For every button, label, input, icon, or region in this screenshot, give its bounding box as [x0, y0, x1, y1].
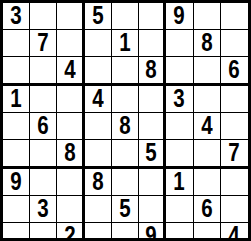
given-digit: 4: [64, 57, 75, 83]
cell-r1c4[interactable]: 5: [85, 3, 112, 30]
cell-r8c6[interactable]: [139, 196, 166, 223]
cell-r9c2[interactable]: [30, 223, 57, 241]
cell-r2c6[interactable]: [139, 30, 166, 57]
cell-r1c8[interactable]: [194, 3, 221, 30]
cell-r7c5[interactable]: [112, 169, 139, 196]
cell-r6c1[interactable]: [3, 140, 30, 169]
cell-r4c8[interactable]: [194, 86, 221, 113]
given-digit: 5: [119, 196, 130, 222]
cell-r7c8[interactable]: [194, 169, 221, 196]
cell-r1c6[interactable]: [139, 3, 166, 30]
cell-r8c5[interactable]: 5: [112, 196, 139, 223]
cell-r9c4[interactable]: [85, 223, 112, 241]
cell-r2c8[interactable]: 8: [194, 30, 221, 57]
given-digit: 8: [119, 113, 130, 139]
cell-r1c7[interactable]: 9: [166, 3, 193, 30]
cell-r2c3[interactable]: [57, 30, 84, 57]
cell-r6c9[interactable]: 7: [221, 140, 248, 169]
cell-r5c8[interactable]: 4: [194, 113, 221, 140]
cell-r5c2[interactable]: 6: [30, 113, 57, 140]
cell-r7c6[interactable]: [139, 169, 166, 196]
given-digit: 1: [10, 86, 21, 112]
cell-r5c4[interactable]: [85, 113, 112, 140]
given-digit: 4: [229, 223, 240, 241]
cell-r7c9[interactable]: [221, 169, 248, 196]
given-digit: 2: [64, 223, 75, 241]
cell-r2c9[interactable]: [221, 30, 248, 57]
given-digit: 3: [10, 3, 21, 29]
cell-r3c9[interactable]: 6: [221, 57, 248, 86]
cell-r8c7[interactable]: [166, 196, 193, 223]
given-digit: 7: [38, 30, 49, 56]
cell-r3c6[interactable]: 8: [139, 57, 166, 86]
cell-r6c8[interactable]: [194, 140, 221, 169]
cell-r5c5[interactable]: 8: [112, 113, 139, 140]
given-digit: 3: [174, 86, 185, 112]
cell-r6c2[interactable]: [30, 140, 57, 169]
cell-r8c3[interactable]: [57, 196, 84, 223]
cell-r4c3[interactable]: [57, 86, 84, 113]
cell-r3c7[interactable]: [166, 57, 193, 86]
cell-r1c5[interactable]: [112, 3, 139, 30]
cell-r4c7[interactable]: 3: [166, 86, 193, 113]
cell-r7c2[interactable]: [30, 169, 57, 196]
given-digit: 6: [201, 196, 212, 222]
cell-r9c9[interactable]: 4: [221, 223, 248, 241]
cell-r6c7[interactable]: [166, 140, 193, 169]
cell-r5c7[interactable]: [166, 113, 193, 140]
given-digit: 6: [229, 57, 240, 83]
cell-r1c3[interactable]: [57, 3, 84, 30]
given-digit: 4: [201, 113, 212, 139]
cell-r2c1[interactable]: [3, 30, 30, 57]
cell-r6c4[interactable]: [85, 140, 112, 169]
cell-r9c5[interactable]: [112, 223, 139, 241]
cell-r5c6[interactable]: [139, 113, 166, 140]
cell-r8c4[interactable]: [85, 196, 112, 223]
cell-r9c1[interactable]: [3, 223, 30, 241]
cell-r7c7[interactable]: 1: [166, 169, 193, 196]
cell-r8c1[interactable]: [3, 196, 30, 223]
cell-r1c2[interactable]: [30, 3, 57, 30]
given-digit: 4: [92, 86, 103, 112]
cell-r4c9[interactable]: [221, 86, 248, 113]
cell-r8c8[interactable]: 6: [194, 196, 221, 223]
cell-r2c2[interactable]: 7: [30, 30, 57, 57]
given-digit: 8: [92, 169, 103, 195]
cell-r1c1[interactable]: 3: [3, 3, 30, 30]
cell-r5c9[interactable]: [221, 113, 248, 140]
cell-r7c3[interactable]: [57, 169, 84, 196]
cell-r4c5[interactable]: [112, 86, 139, 113]
cell-r5c1[interactable]: [3, 113, 30, 140]
cell-r2c7[interactable]: [166, 30, 193, 57]
cell-r2c5[interactable]: 1: [112, 30, 139, 57]
cell-r3c3[interactable]: 4: [57, 57, 84, 86]
cell-r6c3[interactable]: 8: [57, 140, 84, 169]
cell-r3c4[interactable]: [85, 57, 112, 86]
cell-r4c4[interactable]: 4: [85, 86, 112, 113]
given-digit: 9: [146, 223, 157, 241]
cell-r3c2[interactable]: [30, 57, 57, 86]
given-digit: 8: [201, 30, 212, 56]
given-digit: 6: [38, 113, 49, 139]
given-digit: 3: [38, 196, 49, 222]
given-digit: 1: [174, 169, 185, 195]
given-digit: 1: [119, 30, 130, 56]
cell-r8c9[interactable]: [221, 196, 248, 223]
given-digit: 5: [146, 140, 157, 166]
cell-r9c6[interactable]: 9: [139, 223, 166, 241]
cell-r5c3[interactable]: [57, 113, 84, 140]
cell-r9c3[interactable]: 2: [57, 223, 84, 241]
cell-r4c6[interactable]: [139, 86, 166, 113]
given-digit: 8: [64, 140, 75, 166]
given-digit: 7: [229, 140, 240, 166]
cell-r3c5[interactable]: [112, 57, 139, 86]
cell-r3c8[interactable]: [194, 57, 221, 86]
cell-r7c1[interactable]: 9: [3, 169, 30, 196]
given-digit: 9: [174, 3, 185, 29]
cell-r1c9[interactable]: [221, 3, 248, 30]
sudoku-board: 359718486143684857981356294: [0, 0, 251, 241]
cell-r9c7[interactable]: [166, 223, 193, 241]
given-digit: 8: [146, 57, 157, 83]
cell-r9c8[interactable]: [194, 223, 221, 241]
cell-r7c4[interactable]: 8: [85, 169, 112, 196]
given-digit: 5: [92, 3, 103, 29]
cell-r8c2[interactable]: 3: [30, 196, 57, 223]
cell-r2c4[interactable]: [85, 30, 112, 57]
cell-r6c6[interactable]: 5: [139, 140, 166, 169]
cell-r3c1[interactable]: [3, 57, 30, 86]
cell-r4c1[interactable]: 1: [3, 86, 30, 113]
cell-r6c5[interactable]: [112, 140, 139, 169]
given-digit: 9: [10, 169, 21, 195]
cell-r4c2[interactable]: [30, 86, 57, 113]
